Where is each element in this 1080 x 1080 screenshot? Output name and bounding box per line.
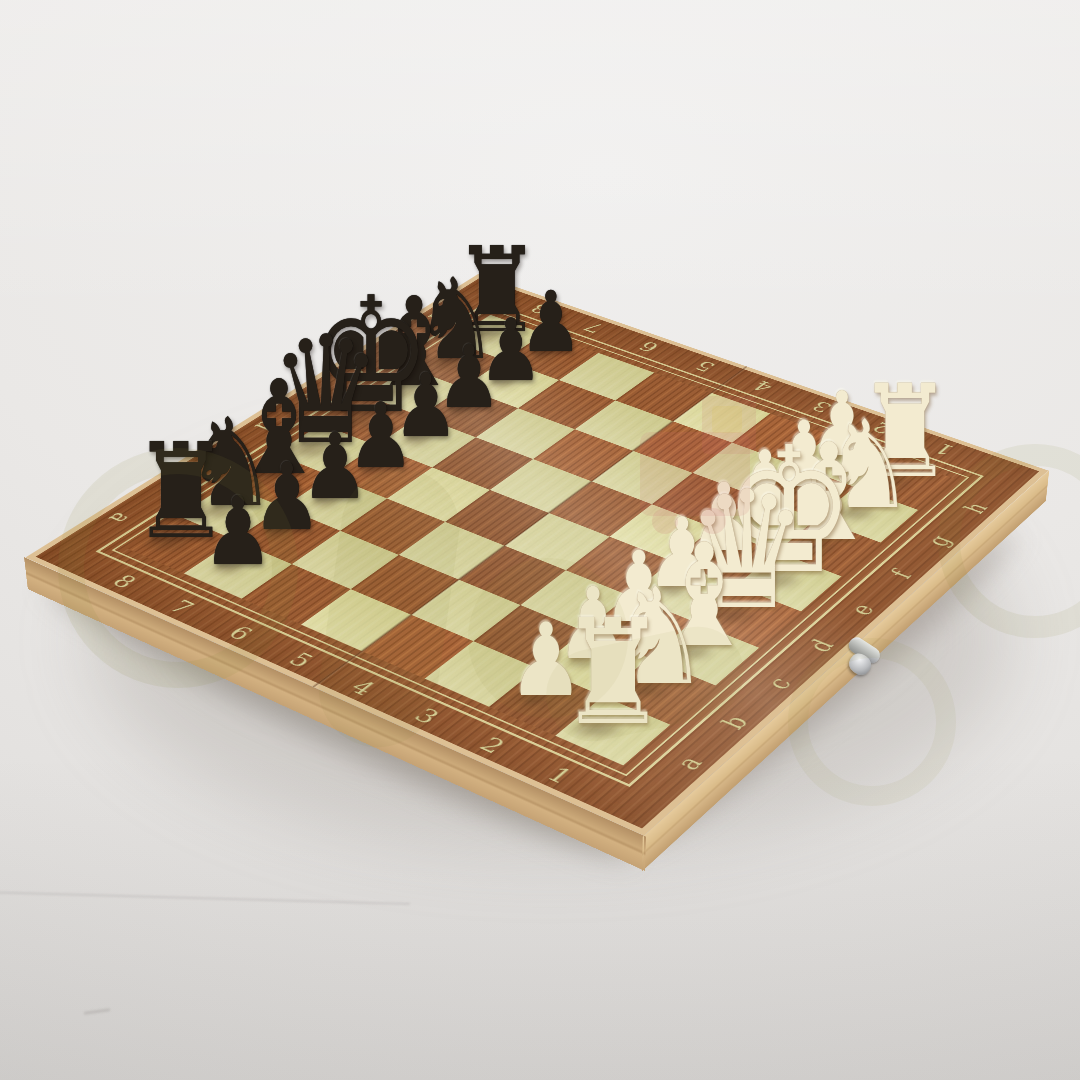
square-b4 [411, 580, 520, 642]
perspective-scene: aabbccddeeffgghh1122334455667788 [0, 0, 1080, 1080]
square-c3 [521, 570, 629, 631]
product-photo-stage: aabbccddeeffgghh1122334455667788 ♜♞♝♛♚♝♞… [0, 0, 1080, 1080]
square-e2 [672, 528, 777, 586]
chess-board: aabbccddeeffgghh1122334455667788 [25, 274, 1048, 836]
